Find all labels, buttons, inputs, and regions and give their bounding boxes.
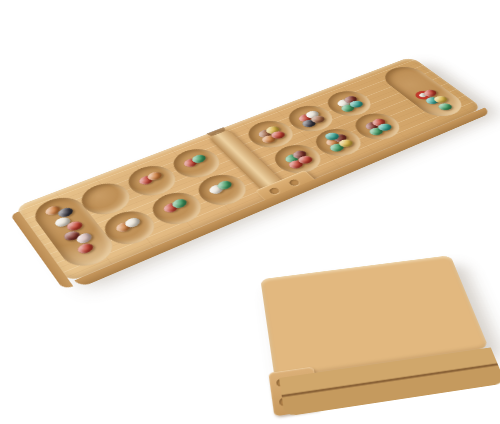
- mancala-board: [14, 56, 483, 283]
- hinge-pin-icon: [268, 187, 281, 195]
- scene: [0, 0, 500, 424]
- folded-board-hinge: [268, 367, 321, 417]
- hinge-pin-icon: [279, 397, 291, 407]
- stone-green: [436, 102, 453, 111]
- hinge-pin-icon: [288, 179, 301, 187]
- store-right: [377, 63, 471, 121]
- hinge-pin-icon: [299, 394, 312, 404]
- stone-red: [75, 241, 96, 255]
- hinge-pin-icon: [276, 378, 288, 388]
- hinge-pin-icon: [295, 375, 307, 385]
- folded-board: [260, 255, 488, 378]
